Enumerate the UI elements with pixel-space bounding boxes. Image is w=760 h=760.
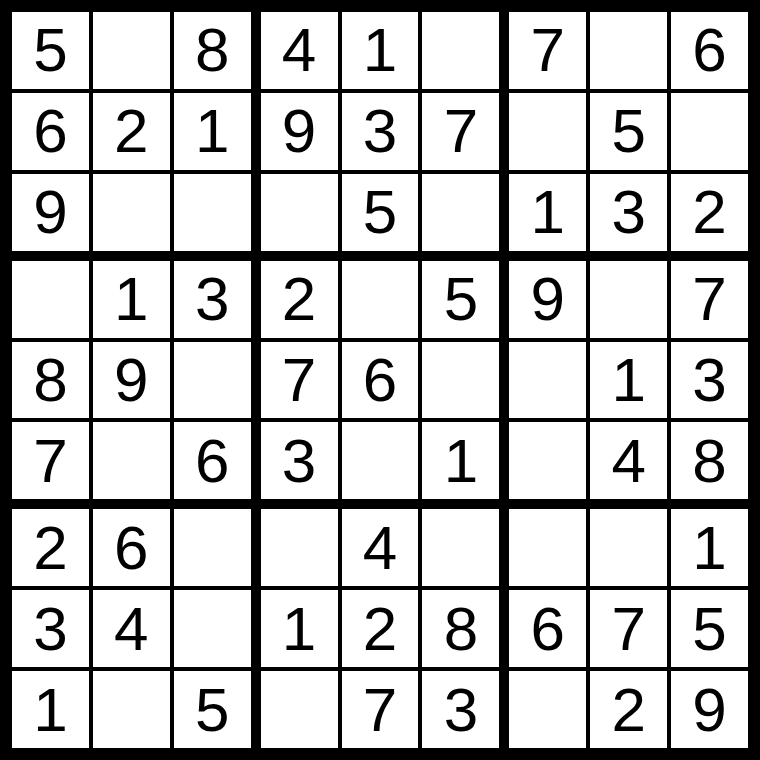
- box-6: 971348: [509, 261, 748, 500]
- cell-r6c6-given[interactable]: 1: [422, 422, 499, 499]
- cell-r6c2-empty[interactable]: [93, 422, 170, 499]
- box-2: 419375: [261, 12, 500, 251]
- cell-r4c1-empty[interactable]: [12, 261, 89, 338]
- box-5: 257631: [261, 261, 500, 500]
- cell-r3c4-empty[interactable]: [261, 174, 338, 251]
- cell-r7c7-empty[interactable]: [509, 509, 586, 586]
- cell-r3c3-empty[interactable]: [174, 174, 251, 251]
- sudoku-grid: 5862194193757651321389762576319713482634…: [12, 12, 748, 748]
- cell-r9c6-given[interactable]: 3: [422, 671, 499, 748]
- cell-r3c7-given[interactable]: 1: [509, 174, 586, 251]
- cell-r6c3-given[interactable]: 6: [174, 422, 251, 499]
- cell-r8c1-given[interactable]: 3: [12, 590, 89, 667]
- cell-r1c7-given[interactable]: 7: [509, 12, 586, 89]
- cell-r3c9-given[interactable]: 2: [671, 174, 748, 251]
- cell-r9c2-empty[interactable]: [93, 671, 170, 748]
- box-3: 765132: [509, 12, 748, 251]
- cell-r6c5-empty[interactable]: [342, 422, 419, 499]
- cell-r5c1-given[interactable]: 8: [12, 342, 89, 419]
- cell-r9c8-given[interactable]: 2: [590, 671, 667, 748]
- cell-r1c2-empty[interactable]: [93, 12, 170, 89]
- cell-r7c1-given[interactable]: 2: [12, 509, 89, 586]
- cell-r8c8-given[interactable]: 7: [590, 590, 667, 667]
- cell-r9c3-given[interactable]: 5: [174, 671, 251, 748]
- cell-r3c6-empty[interactable]: [422, 174, 499, 251]
- cell-r3c1-given[interactable]: 9: [12, 174, 89, 251]
- cell-r2c4-given[interactable]: 9: [261, 93, 338, 170]
- cell-r7c3-empty[interactable]: [174, 509, 251, 586]
- cell-r6c1-given[interactable]: 7: [12, 422, 89, 499]
- sudoku-board: 5862194193757651321389762576319713482634…: [0, 0, 760, 760]
- cell-r2c2-given[interactable]: 2: [93, 93, 170, 170]
- cell-r8c2-given[interactable]: 4: [93, 590, 170, 667]
- cell-r1c1-given[interactable]: 5: [12, 12, 89, 89]
- cell-r8c9-given[interactable]: 5: [671, 590, 748, 667]
- cell-r2c5-given[interactable]: 3: [342, 93, 419, 170]
- cell-r7c9-given[interactable]: 1: [671, 509, 748, 586]
- cell-r8c3-empty[interactable]: [174, 590, 251, 667]
- cell-r5c5-given[interactable]: 6: [342, 342, 419, 419]
- cell-r4c6-given[interactable]: 5: [422, 261, 499, 338]
- box-4: 138976: [12, 261, 251, 500]
- cell-r2c8-given[interactable]: 5: [590, 93, 667, 170]
- cell-r5c8-given[interactable]: 1: [590, 342, 667, 419]
- cell-r7c8-empty[interactable]: [590, 509, 667, 586]
- cell-r7c6-empty[interactable]: [422, 509, 499, 586]
- cell-r7c4-empty[interactable]: [261, 509, 338, 586]
- cell-r6c9-given[interactable]: 8: [671, 422, 748, 499]
- cell-r1c5-given[interactable]: 1: [342, 12, 419, 89]
- cell-r8c4-given[interactable]: 1: [261, 590, 338, 667]
- cell-r5c9-given[interactable]: 3: [671, 342, 748, 419]
- cell-r5c7-empty[interactable]: [509, 342, 586, 419]
- box-9: 167529: [509, 509, 748, 748]
- cell-r5c3-empty[interactable]: [174, 342, 251, 419]
- cell-r7c5-given[interactable]: 4: [342, 509, 419, 586]
- cell-r9c4-empty[interactable]: [261, 671, 338, 748]
- cell-r2c9-empty[interactable]: [671, 93, 748, 170]
- cell-r2c1-given[interactable]: 6: [12, 93, 89, 170]
- cell-r8c6-given[interactable]: 8: [422, 590, 499, 667]
- cell-r2c7-empty[interactable]: [509, 93, 586, 170]
- cell-r4c8-empty[interactable]: [590, 261, 667, 338]
- cell-r4c3-given[interactable]: 3: [174, 261, 251, 338]
- cell-r9c9-given[interactable]: 9: [671, 671, 748, 748]
- cell-r2c3-given[interactable]: 1: [174, 93, 251, 170]
- cell-r4c7-given[interactable]: 9: [509, 261, 586, 338]
- cell-r6c7-empty[interactable]: [509, 422, 586, 499]
- box-8: 412873: [261, 509, 500, 748]
- cell-r5c4-given[interactable]: 7: [261, 342, 338, 419]
- cell-r1c8-empty[interactable]: [590, 12, 667, 89]
- cell-r1c9-given[interactable]: 6: [671, 12, 748, 89]
- cell-r6c8-given[interactable]: 4: [590, 422, 667, 499]
- cell-r4c9-given[interactable]: 7: [671, 261, 748, 338]
- cell-r9c5-given[interactable]: 7: [342, 671, 419, 748]
- cell-r4c4-given[interactable]: 2: [261, 261, 338, 338]
- cell-r9c7-empty[interactable]: [509, 671, 586, 748]
- cell-r8c7-given[interactable]: 6: [509, 590, 586, 667]
- cell-r3c5-given[interactable]: 5: [342, 174, 419, 251]
- cell-r3c2-empty[interactable]: [93, 174, 170, 251]
- cell-r1c3-given[interactable]: 8: [174, 12, 251, 89]
- cell-r9c1-given[interactable]: 1: [12, 671, 89, 748]
- box-1: 586219: [12, 12, 251, 251]
- cell-r2c6-given[interactable]: 7: [422, 93, 499, 170]
- cell-r4c5-empty[interactable]: [342, 261, 419, 338]
- cell-r5c6-empty[interactable]: [422, 342, 499, 419]
- cell-r1c6-empty[interactable]: [422, 12, 499, 89]
- cell-r1c4-given[interactable]: 4: [261, 12, 338, 89]
- cell-r6c4-given[interactable]: 3: [261, 422, 338, 499]
- cell-r8c5-given[interactable]: 2: [342, 590, 419, 667]
- cell-r7c2-given[interactable]: 6: [93, 509, 170, 586]
- cell-r5c2-given[interactable]: 9: [93, 342, 170, 419]
- box-7: 263415: [12, 509, 251, 748]
- cell-r3c8-given[interactable]: 3: [590, 174, 667, 251]
- cell-r4c2-given[interactable]: 1: [93, 261, 170, 338]
